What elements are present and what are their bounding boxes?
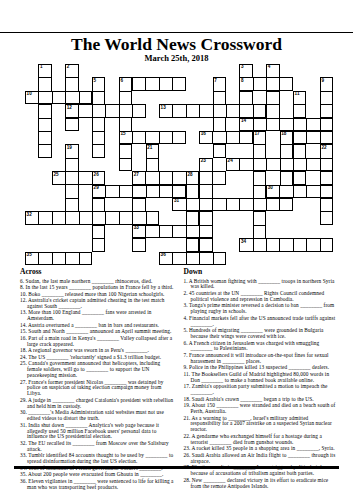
cell-divider xyxy=(294,171,305,172)
cell-divider xyxy=(172,172,173,183)
cell-divider xyxy=(105,105,106,116)
cell-divider xyxy=(279,119,280,130)
word-slot-31a[interactable] xyxy=(172,198,293,211)
cell-divider xyxy=(293,239,294,250)
cell-divider xyxy=(266,199,267,210)
grid-cell-number: 11 xyxy=(295,92,300,97)
cell-divider xyxy=(132,132,133,143)
grid-cell-number: 27 xyxy=(134,173,139,178)
cell-divider xyxy=(65,92,66,103)
clue-item-6: 6. A French citizen in Jerusalem was cha… xyxy=(184,341,340,353)
cell-divider xyxy=(105,212,106,223)
grid-cell-number: 36 xyxy=(161,253,166,258)
cell-divider xyxy=(187,238,198,239)
cell-divider xyxy=(281,171,292,172)
cell-divider xyxy=(159,226,160,237)
clue-item-13: 13. More than 100 England ________ fans … xyxy=(20,310,176,322)
clue-item-2: 2. 45 countries at the UN ________ Right… xyxy=(184,291,340,303)
cell-divider xyxy=(172,132,173,143)
across-column: Across 6. Sudan, the last male northern … xyxy=(20,268,176,491)
cell-divider xyxy=(187,211,198,212)
grid-cell-number: 12 xyxy=(67,106,72,111)
cell-divider xyxy=(266,239,267,250)
cell-divider xyxy=(306,239,307,250)
grid-cell-number: 26 xyxy=(94,173,99,178)
cell-divider xyxy=(52,212,53,223)
cell-divider xyxy=(79,212,80,223)
cell-divider xyxy=(279,239,280,250)
cell-divider xyxy=(306,159,307,170)
word-slot-27a[interactable] xyxy=(132,171,226,184)
cell-divider xyxy=(132,186,133,197)
cell-divider xyxy=(120,117,131,118)
cell-divider xyxy=(39,131,50,132)
grid-cell-number: 24 xyxy=(228,159,233,164)
cell-divider xyxy=(226,132,227,143)
cell-divider xyxy=(186,199,187,210)
cell-divider xyxy=(253,78,254,89)
word-slot-33a[interactable] xyxy=(132,225,212,238)
cell-divider xyxy=(321,171,332,172)
cell-divider xyxy=(145,172,146,183)
cell-divider xyxy=(320,239,321,250)
cell-divider xyxy=(253,239,254,250)
cell-divider xyxy=(266,78,267,89)
cell-divider xyxy=(213,105,214,116)
cell-divider xyxy=(306,186,307,197)
word-slot-13a[interactable] xyxy=(159,104,266,117)
word-slot-14a[interactable] xyxy=(239,118,333,131)
clue-item-28: 28. New ________ declared victory in its… xyxy=(184,478,340,490)
clue-item-31: 31. India shut down ________ Analytica's… xyxy=(20,423,176,441)
cell-divider xyxy=(199,199,200,210)
clue-item-29: 29. A judge in ________ charged Cataloni… xyxy=(20,398,176,410)
cell-divider xyxy=(105,186,106,197)
clue-item-16: 16. Part of a main road in Kenya's _____… xyxy=(20,336,176,348)
cell-divider xyxy=(294,144,305,145)
cell-divider xyxy=(214,117,225,118)
cell-divider xyxy=(93,91,104,92)
cell-divider xyxy=(38,253,39,264)
cell-divider xyxy=(254,225,265,226)
cell-divider xyxy=(66,77,77,78)
cell-divider xyxy=(65,253,66,264)
grid-cell-number: 32 xyxy=(27,213,32,218)
cell-divider xyxy=(52,253,53,264)
cell-divider xyxy=(279,186,280,197)
cell-divider xyxy=(212,172,213,183)
cell-divider xyxy=(226,105,227,116)
cell-divider xyxy=(213,253,214,264)
cell-divider xyxy=(293,186,294,197)
cell-divider xyxy=(172,78,173,89)
cell-divider xyxy=(39,144,50,145)
word-slot-29a[interactable] xyxy=(92,185,186,198)
cell-divider xyxy=(186,226,187,237)
word-slot-5d[interactable] xyxy=(92,77,105,157)
grid-cell-number: 34 xyxy=(241,240,246,245)
cell-divider xyxy=(226,199,227,210)
cell-divider xyxy=(254,185,265,186)
cell-divider xyxy=(159,78,160,89)
cell-divider xyxy=(321,104,332,105)
word-slot-17d[interactable] xyxy=(253,131,266,252)
cell-divider xyxy=(306,119,307,130)
grid-cell-number: 28 xyxy=(187,173,192,178)
word-slot-30a[interactable] xyxy=(266,185,333,198)
word-slot-15a[interactable] xyxy=(119,131,186,144)
cell-divider xyxy=(39,104,50,105)
cell-divider xyxy=(133,198,144,199)
cell-divider xyxy=(65,172,66,183)
grid-cell-number: 3 xyxy=(241,65,244,70)
grid-cell-number: 6 xyxy=(120,79,123,84)
clue-item-3: 3. Tonga's prime minister reversed a dec… xyxy=(184,303,340,315)
clue-item-1: 1. A British woman fighting with _______… xyxy=(184,279,340,291)
clue-item-36: 36. Eleven vigilantes in ________ were s… xyxy=(20,479,176,491)
cell-divider xyxy=(172,226,173,237)
clue-item-11: 11. The Booksellers Guild of Madrid high… xyxy=(184,372,340,384)
grid-cell-number: 13 xyxy=(161,106,166,111)
cell-divider xyxy=(52,92,53,103)
cell-divider xyxy=(293,159,294,170)
cell-divider xyxy=(93,144,104,145)
word-slot-35a[interactable] xyxy=(25,252,92,265)
cell-divider xyxy=(267,104,278,105)
cell-divider xyxy=(199,172,200,183)
cell-divider xyxy=(159,172,160,183)
cell-divider xyxy=(320,119,321,130)
cell-divider xyxy=(145,78,146,89)
grid-cell-number: 2 xyxy=(67,65,70,70)
cell-divider xyxy=(279,199,280,210)
clue-item-4: 4. Financial markets fell after the US a… xyxy=(184,316,340,328)
cell-divider xyxy=(146,212,147,223)
cell-divider xyxy=(320,132,321,143)
cell-divider xyxy=(254,144,265,145)
across-clue-list: 6. Sudan, the last male northern _______… xyxy=(20,279,176,491)
grid-cell-number: 9 xyxy=(321,79,324,84)
cell-divider xyxy=(254,211,265,212)
clue-item-21: 21. As a warning to ________, Israel's m… xyxy=(184,416,340,434)
cell-divider xyxy=(66,198,77,199)
cell-divider xyxy=(281,144,292,145)
grid-cell-number: 33 xyxy=(134,226,139,231)
cell-divider xyxy=(93,225,104,226)
clue-item-33: 33. Tumblr identified 84 accounts though… xyxy=(20,453,176,465)
cell-divider xyxy=(200,184,211,185)
clue-item-32: 32. The EU recalled its ________ from Mo… xyxy=(20,441,176,453)
down-header: Down xyxy=(184,268,340,276)
cell-divider xyxy=(172,253,173,264)
clue-item-19: 19. About 150 ________ were stranded and… xyxy=(184,403,340,415)
clue-item-25: 25. Canada's government announced that h… xyxy=(20,361,176,379)
cell-divider xyxy=(199,253,200,264)
across-header: Across xyxy=(20,268,176,276)
grid-cell-number: 22 xyxy=(321,146,326,151)
down-column: Down 1. A British woman fighting with __… xyxy=(184,268,340,491)
cell-divider xyxy=(66,118,77,119)
cell-divider xyxy=(212,199,213,210)
cell-divider xyxy=(93,131,104,132)
cell-divider xyxy=(146,186,147,197)
cell-divider xyxy=(38,92,39,103)
word-slot-12a[interactable] xyxy=(65,104,145,117)
word-slot-1d[interactable] xyxy=(38,64,51,158)
word-slot-32a[interactable] xyxy=(25,211,159,224)
cell-divider xyxy=(79,92,80,103)
cell-divider xyxy=(79,253,80,264)
word-slot-8a[interactable] xyxy=(239,77,293,90)
cell-divider xyxy=(66,158,77,159)
cell-divider xyxy=(38,212,39,223)
cell-divider xyxy=(132,78,133,89)
cell-divider xyxy=(159,132,160,143)
cell-divider xyxy=(119,212,120,223)
down-clue-list: 1. A British woman fighting with _______… xyxy=(184,279,340,490)
cell-divider xyxy=(120,144,131,145)
cell-divider xyxy=(132,212,133,223)
word-slot-36a[interactable] xyxy=(159,252,226,265)
cell-divider xyxy=(321,198,332,199)
word-slot-24a[interactable] xyxy=(226,158,333,171)
cell-divider xyxy=(93,198,104,199)
cell-divider xyxy=(321,91,332,92)
clue-item-12: 12. Australia's cricket captain admitted… xyxy=(20,298,176,310)
cell-divider xyxy=(239,159,240,170)
cell-divider xyxy=(266,159,267,170)
cell-divider xyxy=(214,91,225,92)
word-slot-34a[interactable] xyxy=(239,238,333,251)
grid-cell-number: 15 xyxy=(120,132,125,137)
grid-cell-number: 31 xyxy=(174,199,179,204)
cell-divider xyxy=(279,78,280,89)
grid-cell-number: 14 xyxy=(241,119,246,124)
grid-cell-number: 18 xyxy=(281,132,286,137)
clue-item-30: 30. ________'s Media Administration said… xyxy=(20,410,176,422)
cell-divider xyxy=(199,105,200,116)
grid-cell-number: 10 xyxy=(27,92,32,97)
cell-divider xyxy=(78,105,79,116)
cell-divider xyxy=(186,253,187,264)
cell-divider xyxy=(186,105,187,116)
clue-item-7: 7. France announced it will introduce on… xyxy=(184,353,340,365)
cell-divider xyxy=(187,184,198,185)
grid-cell-number: 25 xyxy=(53,173,58,178)
word-slot-6d[interactable] xyxy=(119,77,132,171)
cell-divider xyxy=(266,119,267,130)
cell-divider xyxy=(119,186,120,197)
cell-divider xyxy=(145,132,146,143)
cell-divider xyxy=(240,91,251,92)
cell-divider xyxy=(65,212,66,223)
cell-divider xyxy=(200,238,211,239)
cell-divider xyxy=(133,238,144,239)
cell-divider xyxy=(214,144,225,145)
grid-cell-number: 5 xyxy=(94,79,97,84)
grid-cell-number: 1 xyxy=(40,65,43,70)
cell-divider xyxy=(293,119,294,130)
grid-cell-number: 23 xyxy=(201,159,206,164)
word-slot-7d[interactable] xyxy=(213,77,226,157)
cell-divider xyxy=(92,105,93,116)
word-slot-16a[interactable] xyxy=(199,131,253,144)
clue-item-27: 27. France's former president Nicolas __… xyxy=(20,380,176,398)
cell-divider xyxy=(293,132,294,143)
clue-item-26: 26. Saudi Arabia allowed an Air India fl… xyxy=(184,453,340,465)
cell-divider xyxy=(280,159,281,170)
clue-item-5: 5. Hundreds of migrating ________ were g… xyxy=(184,328,340,340)
cell-divider xyxy=(147,158,158,159)
cell-divider xyxy=(78,172,79,183)
clue-item-22: 22. A gendarme who exchanged himself for… xyxy=(184,434,340,446)
cell-divider xyxy=(39,118,50,119)
cell-divider xyxy=(253,199,254,210)
cell-divider xyxy=(253,159,254,170)
cell-divider xyxy=(200,211,211,212)
cell-divider xyxy=(306,132,307,143)
crossword-page: The World News Crossword March 25th, 201… xyxy=(0,0,353,500)
cell-divider xyxy=(212,132,213,143)
cell-divider xyxy=(66,184,77,185)
cell-divider xyxy=(267,91,278,92)
clues-section: Across 6. Sudan, the last male northern … xyxy=(20,268,339,491)
cell-divider xyxy=(92,212,93,223)
cell-divider xyxy=(39,77,50,78)
cell-divider xyxy=(320,186,321,197)
bottom-divider xyxy=(14,466,339,469)
cell-divider xyxy=(294,104,305,105)
cell-divider xyxy=(93,238,104,239)
cell-divider xyxy=(172,105,173,116)
cell-divider xyxy=(239,105,240,116)
cell-divider xyxy=(120,91,131,92)
grid-cell-number: 19 xyxy=(67,146,72,151)
cell-divider xyxy=(132,105,133,116)
cell-divider xyxy=(239,132,240,143)
grid-cell-number: 8 xyxy=(241,79,244,84)
cell-divider xyxy=(119,105,120,116)
grid-cell-number: 4 xyxy=(268,65,271,70)
cell-divider xyxy=(199,226,200,237)
cell-divider xyxy=(321,211,332,212)
cell-divider xyxy=(172,186,173,197)
grid-cell-number: 17 xyxy=(254,132,259,137)
cell-divider xyxy=(253,105,254,116)
grid-cell-number: 30 xyxy=(268,186,273,191)
grid-cell-number: 29 xyxy=(94,186,99,191)
cell-divider xyxy=(93,117,104,118)
cell-divider xyxy=(239,199,240,210)
cell-divider xyxy=(120,158,131,159)
cell-divider xyxy=(254,171,265,172)
grid-cell-number: 16 xyxy=(201,132,206,137)
grid-cell-number: 7 xyxy=(214,79,217,84)
word-slot-10a[interactable] xyxy=(25,91,92,104)
cell-divider xyxy=(145,226,146,237)
cell-divider xyxy=(320,159,321,170)
grid-cell-number: 21 xyxy=(147,146,152,151)
clue-item-17: 17. Zambia's opposition party submitted … xyxy=(184,384,340,396)
grid-cell-number: 35 xyxy=(27,253,32,258)
cell-divider xyxy=(253,119,254,130)
cell-divider xyxy=(159,186,160,197)
